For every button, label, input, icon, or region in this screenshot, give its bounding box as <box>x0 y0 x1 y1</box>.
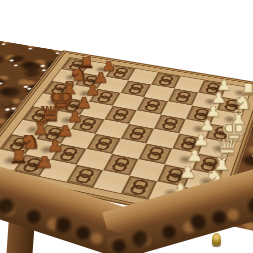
piece-white-pawn[interactable]: ♟ <box>173 166 202 177</box>
piece-black-pawn[interactable]: ♟ <box>30 156 58 167</box>
square-c3[interactable] <box>138 143 172 164</box>
photo-stage: ♜♞♝♛♚♝♞♜♟♟♟♟♟♟♟♟♟♟♟♟♟♟♟♟♜♞♝♛♚♝♞♜ <box>0 0 253 253</box>
brass-drawer-key[interactable] <box>212 233 221 246</box>
piece-black-rook[interactable]: ♜ <box>5 150 33 161</box>
